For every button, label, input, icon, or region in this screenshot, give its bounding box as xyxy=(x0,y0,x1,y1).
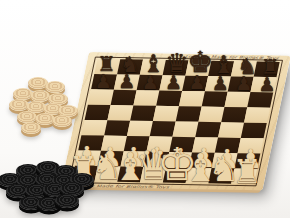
checker-wooden[interactable] xyxy=(9,99,29,111)
checker-black[interactable] xyxy=(16,164,40,178)
piece-dark-pawn-f7[interactable]: ♟ xyxy=(212,74,229,93)
checker-wooden[interactable] xyxy=(26,101,46,113)
piece-dark-pawn-b7[interactable]: ♟ xyxy=(118,72,135,91)
piece-dark-pawn-c7[interactable]: ♟ xyxy=(142,73,159,92)
checker-black[interactable] xyxy=(6,184,30,198)
checker-wooden[interactable] xyxy=(52,115,72,127)
checker-black[interactable] xyxy=(36,161,60,175)
piece-light-rook-h1[interactable]: ♜ xyxy=(232,155,262,188)
piece-dark-pawn-d7[interactable]: ♟ xyxy=(165,73,182,92)
piece-dark-pawn-a7[interactable]: ♟ xyxy=(95,72,112,91)
checker-wooden[interactable] xyxy=(35,113,55,125)
piece-dark-pawn-e7[interactable]: ♟ xyxy=(188,73,205,92)
checker-black[interactable] xyxy=(19,196,43,210)
checker-wooden[interactable] xyxy=(21,122,41,134)
checker-black[interactable] xyxy=(0,173,22,187)
checker-wooden[interactable] xyxy=(48,93,68,105)
checker-wooden[interactable] xyxy=(30,90,50,102)
checker-black[interactable] xyxy=(35,173,59,187)
square-h4[interactable] xyxy=(241,123,267,139)
checker-wooden[interactable] xyxy=(17,111,37,123)
checker-wooden[interactable] xyxy=(13,88,33,100)
product-photo-scene: Lovingly Made for Bigjigs® Toys Lovingly… xyxy=(0,0,290,218)
checker-wooden[interactable] xyxy=(45,81,65,93)
checker-black[interactable] xyxy=(25,184,49,198)
square-h5[interactable] xyxy=(244,107,270,123)
checker-black[interactable] xyxy=(16,174,40,188)
piece-dark-pawn-g7[interactable]: ♟ xyxy=(235,74,252,93)
checker-black[interactable] xyxy=(37,197,61,211)
checker-wooden[interactable] xyxy=(43,103,63,115)
piece-dark-pawn-h7[interactable]: ♟ xyxy=(259,75,276,94)
checker-black[interactable] xyxy=(55,194,79,208)
checker-wooden[interactable] xyxy=(28,77,48,89)
